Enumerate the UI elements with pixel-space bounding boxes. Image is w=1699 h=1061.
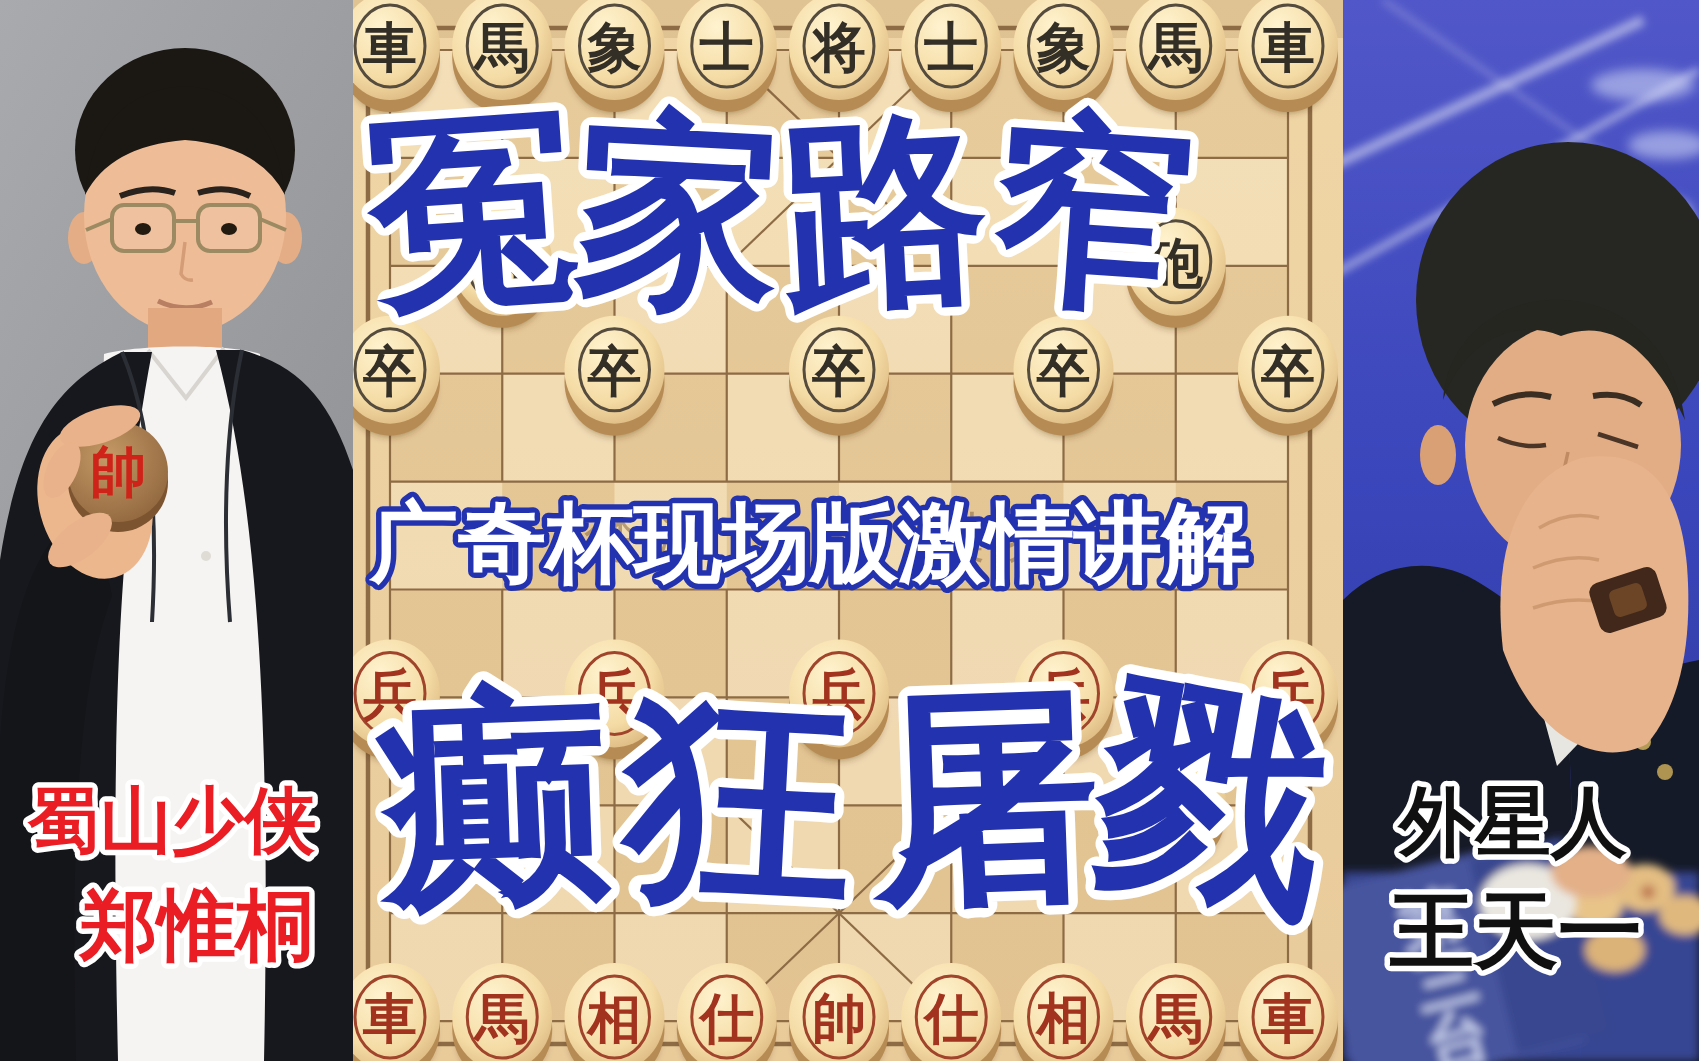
piece-black-砲-c7r2: 砲 bbox=[1126, 208, 1226, 330]
piece-character: 象 bbox=[1036, 18, 1091, 78]
piece-black-卒-c8r3: 卒 bbox=[1238, 316, 1338, 438]
piece-character: 将 bbox=[809, 18, 866, 78]
piece-black-将-c4r0: 将 bbox=[789, 0, 889, 114]
piece-character: 車 bbox=[1260, 18, 1315, 78]
piece-black-砲-c1r2: 砲 bbox=[452, 208, 552, 330]
piece-character: 馬 bbox=[473, 18, 529, 78]
piece-character: 兵 bbox=[1036, 665, 1091, 725]
piece-character: 象 bbox=[587, 18, 642, 78]
piece-character: 車 bbox=[362, 18, 417, 78]
thumbnail-canvas: 帥 bbox=[0, 0, 1699, 1061]
piece-character: 砲 bbox=[1147, 234, 1204, 294]
piece-character: 炮 bbox=[473, 773, 530, 833]
piece-red-兵-c6r6: 兵 bbox=[1014, 639, 1114, 761]
piece-black-士-c5r0: 士 bbox=[901, 0, 1001, 114]
piece-character: 卒 bbox=[362, 342, 417, 402]
xiangqi-board-art: 楚河 漢界 車馬象士将士象馬車砲砲卒卒卒卒卒兵兵兵兵兵炮炮車馬相仕帥仕相馬車 bbox=[353, 0, 1343, 1061]
piece-character: 相 bbox=[586, 989, 642, 1049]
held-piece-char: 帥 bbox=[90, 441, 146, 503]
piece-character: 兵 bbox=[1260, 665, 1315, 725]
piece-character: 相 bbox=[1035, 989, 1091, 1049]
piece-character: 士 bbox=[699, 18, 754, 78]
piece-black-象-c2r0: 象 bbox=[565, 0, 665, 114]
piece-black-車-c8r0: 車 bbox=[1238, 0, 1338, 114]
piece-character: 兵 bbox=[362, 665, 417, 725]
left-player-photo: 帥 bbox=[0, 0, 353, 1061]
right-player-photo: 第 三 台 bbox=[1343, 0, 1699, 1061]
piece-black-士-c3r0: 士 bbox=[677, 0, 777, 114]
piece-character: 帥 bbox=[812, 989, 866, 1049]
piece-character: 車 bbox=[1260, 989, 1315, 1049]
piece-red-兵-c4r6: 兵 bbox=[789, 639, 889, 761]
piece-character: 仕 bbox=[698, 989, 754, 1049]
piece-character: 馬 bbox=[473, 989, 529, 1049]
piece-character: 馬 bbox=[1147, 18, 1203, 78]
piece-character: 車 bbox=[362, 989, 417, 1049]
piece-character: 卒 bbox=[587, 342, 642, 402]
piece-character: 卒 bbox=[811, 342, 866, 402]
piece-black-卒-c2r3: 卒 bbox=[565, 316, 665, 438]
piece-character: 仕 bbox=[922, 989, 978, 1049]
piece-black-卒-c4r3: 卒 bbox=[789, 316, 889, 438]
piece-character: 卒 bbox=[1260, 342, 1315, 402]
piece-red-兵-c8r6: 兵 bbox=[1238, 639, 1338, 761]
piece-red-炮-c1r7: 炮 bbox=[452, 747, 552, 869]
piece-red-兵-c2r6: 兵 bbox=[565, 639, 665, 761]
xiangqi-board: 楚河 漢界 車馬象士将士象馬車砲砲卒卒卒卒卒兵兵兵兵兵炮炮車馬相仕帥仕相馬車 bbox=[353, 0, 1343, 1061]
piece-character: 馬 bbox=[1147, 989, 1203, 1049]
piece-black-卒-c6r3: 卒 bbox=[1014, 316, 1114, 438]
piece-red-炮-c7r7: 炮 bbox=[1126, 747, 1226, 869]
piece-black-馬-c1r0: 馬 bbox=[452, 0, 552, 114]
piece-character: 兵 bbox=[587, 665, 642, 725]
piece-character: 卒 bbox=[1036, 342, 1091, 402]
piece-character: 兵 bbox=[811, 665, 866, 725]
left-player-art: 帥 bbox=[0, 0, 353, 1061]
river-label-right: 漢界 bbox=[931, 508, 1071, 568]
piece-character: 士 bbox=[923, 18, 978, 78]
right-player-art: 第 三 台 bbox=[1343, 0, 1699, 1061]
piece-character: 炮 bbox=[1147, 773, 1204, 833]
piece-character: 砲 bbox=[473, 234, 530, 294]
piece-black-馬-c7r0: 馬 bbox=[1126, 0, 1226, 114]
river-label-left: 楚河 bbox=[583, 508, 723, 568]
piece-black-象-c6r0: 象 bbox=[1014, 0, 1114, 114]
